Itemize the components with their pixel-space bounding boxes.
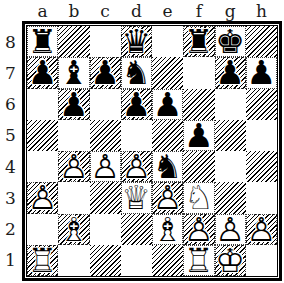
square-e8[interactable] [152,26,183,57]
square-d2[interactable] [121,214,152,245]
white-queen-icon: ♛♕ [121,182,152,213]
white-bishop-icon: ♝♗ [58,214,89,245]
rank-label-6: 6 [1,89,20,120]
square-f5[interactable]: ♟♟ [183,120,214,151]
square-b2[interactable]: ♝♗ [58,214,89,245]
square-c7[interactable]: ♟♟ [90,57,121,88]
rank-label-2: 2 [1,214,20,245]
square-c3[interactable] [90,182,121,213]
file-label-d: d [121,0,152,21]
square-c4[interactable]: ♟♙ [90,151,121,182]
square-d3[interactable]: ♛♕ [121,182,152,213]
rank-label-7: 7 [1,57,20,88]
square-g7[interactable]: ♟♟ [215,57,246,88]
square-c6[interactable] [90,89,121,120]
square-e1[interactable] [152,245,183,276]
black-pawn-icon: ♟♟ [246,57,277,88]
white-pawn-icon: ♟♙ [152,182,183,213]
square-g6[interactable] [215,89,246,120]
file-label-f: f [183,0,214,21]
square-b3[interactable] [58,182,89,213]
board-frame: ♜♜♛♛♜♜♚♚♟♟♝♝♟♟♞♞♟♟♟♟♟♟♟♟♟♟♟♟♟♙♟♙♟♙♞♞♟♙♛♕… [22,21,282,281]
square-a5[interactable] [27,120,58,151]
square-g1[interactable]: ♚♔ [215,245,246,276]
rank-label-1: 1 [1,245,20,276]
square-f8[interactable]: ♜♜ [183,26,214,57]
square-e2[interactable]: ♝♗ [152,214,183,245]
square-e6[interactable]: ♟♟ [152,89,183,120]
white-rook-icon: ♜♖ [183,245,214,276]
rank-label-3: 3 [1,182,20,213]
file-label-b: b [58,0,89,21]
square-h4[interactable] [246,151,277,182]
chess-diagram: a b c d e f g h 8 7 6 5 4 3 2 1 ♜♜♛♛♜♜♚♚… [0,0,284,283]
square-h1[interactable] [246,245,277,276]
square-f7[interactable] [183,57,214,88]
square-h7[interactable]: ♟♟ [246,57,277,88]
black-pawn-icon: ♟♟ [215,57,246,88]
white-pawn-icon: ♟♙ [90,151,121,182]
square-g3[interactable] [215,182,246,213]
square-b4[interactable]: ♟♙ [58,151,89,182]
file-label-a: a [27,0,58,21]
square-g4[interactable] [215,151,246,182]
square-a6[interactable] [27,89,58,120]
black-pawn-icon: ♟♟ [183,120,214,151]
rank-labels: 8 7 6 5 4 3 2 1 [1,26,20,276]
square-a1[interactable]: ♜♖ [27,245,58,276]
white-king-icon: ♚♔ [215,245,246,276]
black-rook-icon: ♜♜ [183,26,214,57]
square-h2[interactable]: ♟♙ [246,214,277,245]
square-e3[interactable]: ♟♙ [152,182,183,213]
square-h5[interactable] [246,120,277,151]
black-bishop-icon: ♝♝ [58,57,89,88]
square-b7[interactable]: ♝♝ [58,57,89,88]
rank-label-4: 4 [1,151,20,182]
square-b1[interactable] [58,245,89,276]
file-labels: a b c d e f g h [27,0,277,21]
black-pawn-icon: ♟♟ [27,57,58,88]
file-label-h: h [246,0,277,21]
white-bishop-icon: ♝♗ [152,214,183,245]
square-f3[interactable]: ♞♘ [183,182,214,213]
square-c1[interactable] [90,245,121,276]
square-h3[interactable] [246,182,277,213]
black-pawn-icon: ♟♟ [152,89,183,120]
rank-label-8: 8 [1,26,20,57]
white-pawn-icon: ♟♙ [246,214,277,245]
square-b6[interactable]: ♟♟ [58,89,89,120]
square-d1[interactable] [121,245,152,276]
white-rook-icon: ♜♖ [27,245,58,276]
white-pawn-icon: ♟♙ [58,151,89,182]
square-f1[interactable]: ♜♖ [183,245,214,276]
square-g5[interactable] [215,120,246,151]
square-d7[interactable]: ♞♞ [121,57,152,88]
square-a3[interactable]: ♟♙ [27,182,58,213]
file-label-e: e [152,0,183,21]
square-d6[interactable]: ♟♟ [121,89,152,120]
black-pawn-icon: ♟♟ [121,89,152,120]
black-pawn-icon: ♟♟ [58,89,89,120]
white-pawn-icon: ♟♙ [27,182,58,213]
board-grid: ♜♜♛♛♜♜♚♚♟♟♝♝♟♟♞♞♟♟♟♟♟♟♟♟♟♟♟♟♟♙♟♙♟♙♞♞♟♙♛♕… [26,25,278,277]
file-label-g: g [215,0,246,21]
square-c2[interactable] [90,214,121,245]
square-a7[interactable]: ♟♟ [27,57,58,88]
black-pawn-icon: ♟♟ [90,57,121,88]
rank-label-5: 5 [1,120,20,151]
black-knight-icon: ♞♞ [121,57,152,88]
file-label-c: c [90,0,121,21]
square-h6[interactable] [246,89,277,120]
square-e7[interactable] [152,57,183,88]
white-knight-icon: ♞♘ [183,182,214,213]
